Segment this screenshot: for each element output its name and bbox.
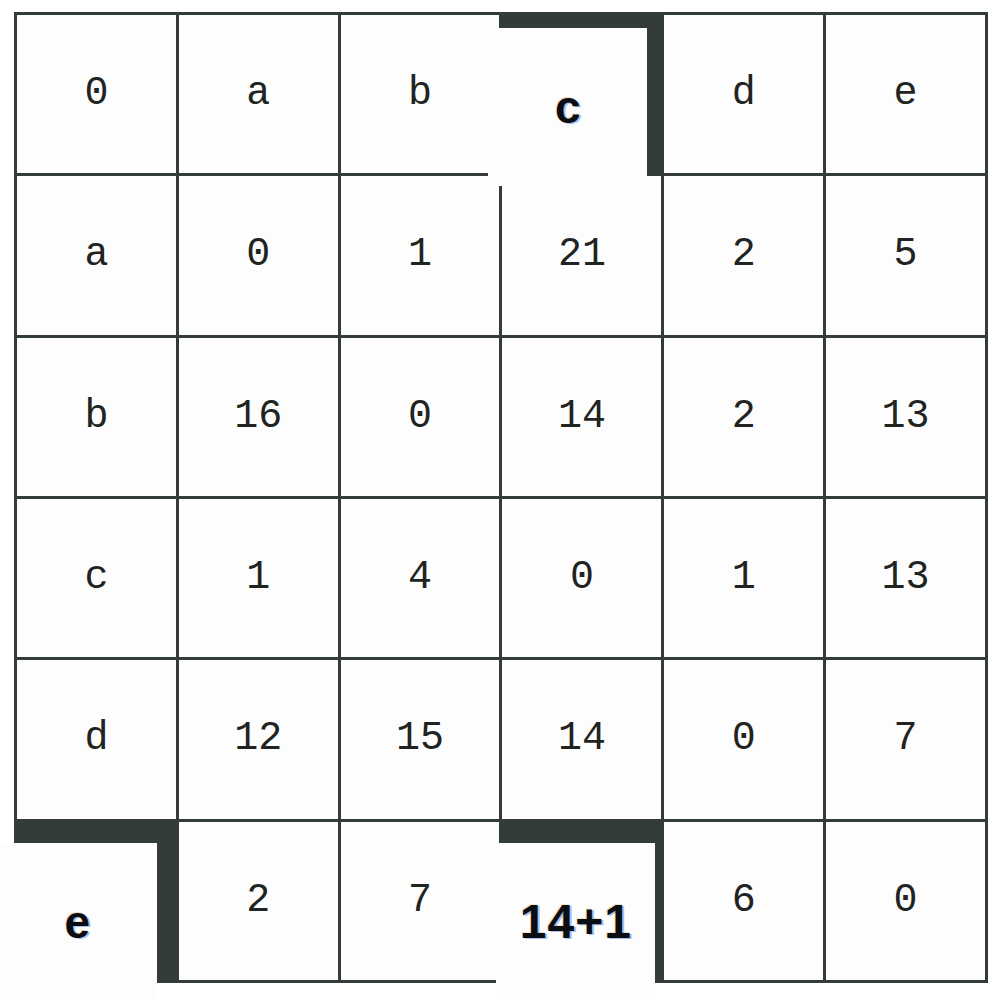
cell-d-b: 15 [341,660,500,818]
row-header-b: b [17,338,176,496]
col-header-a: a [179,15,338,173]
cell-c-e: 13 [826,499,985,657]
figure-canvas: 0 a b c d e a 0 1 21 2 5 b 16 0 14 2 13 … [0,0,1000,999]
corner-cell: 0 [17,15,176,173]
col-header-b: b [341,15,500,173]
cell-a-a: 0 [179,176,338,334]
cell-b-e: 13 [826,338,985,496]
cell-c-b: 4 [341,499,500,657]
cell-b-a: 16 [179,338,338,496]
cell-c-d: 1 [664,499,823,657]
row-header-a: a [17,176,176,334]
cell-a-d: 2 [664,176,823,334]
cell-d-d: 0 [664,660,823,818]
col-header-d: d [664,15,823,173]
col-header-c-annotated: c [488,28,647,186]
cell-a-b: 1 [341,176,500,334]
cell-e-a: 2 [179,822,338,980]
cell-c-a: 1 [179,499,338,657]
row-header-e-annotated: e [0,843,157,999]
cell-e-c-annotated: 14+1 [496,843,655,999]
cell-b-b: 0 [341,338,500,496]
cell-e-e: 0 [826,822,985,980]
cell-b-d: 2 [664,338,823,496]
cell-a-c: 21 [502,176,661,334]
cell-b-c: 14 [502,338,661,496]
matrix-table: 0 a b c d e a 0 1 21 2 5 b 16 0 14 2 13 … [14,12,988,983]
cell-e-d: 6 [664,822,823,980]
cell-d-a: 12 [179,660,338,818]
col-header-e: e [826,15,985,173]
cell-c-c: 0 [502,499,661,657]
row-header-c: c [17,499,176,657]
cell-a-e: 5 [826,176,985,334]
row-header-d: d [17,660,176,818]
cell-d-c: 14 [502,660,661,818]
cell-e-b: 7 [341,822,500,980]
cell-d-e: 7 [826,660,985,818]
